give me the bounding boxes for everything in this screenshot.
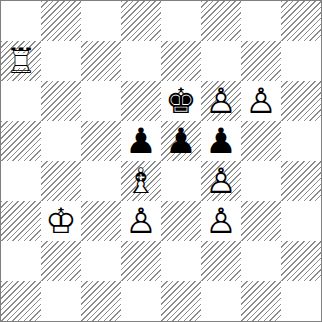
square-g1[interactable] — [241, 281, 281, 321]
square-d7[interactable] — [121, 41, 161, 81]
square-a4[interactable] — [1, 161, 41, 201]
square-h2[interactable] — [281, 241, 321, 281]
square-c2[interactable] — [81, 241, 121, 281]
square-g3[interactable] — [241, 201, 281, 241]
square-e6[interactable]: ♚ — [161, 81, 201, 121]
square-h7[interactable] — [281, 41, 321, 81]
square-d8[interactable] — [121, 1, 161, 41]
square-b6[interactable] — [41, 81, 81, 121]
square-e5[interactable]: ♟ — [161, 121, 201, 161]
black-king-icon[interactable]: ♚ — [161, 81, 201, 121]
square-d4[interactable]: ♝♗ — [121, 161, 161, 201]
square-f6[interactable]: ♟♙ — [201, 81, 241, 121]
square-h4[interactable] — [281, 161, 321, 201]
square-c8[interactable] — [81, 1, 121, 41]
square-g6[interactable]: ♟♙ — [241, 81, 281, 121]
square-e2[interactable] — [161, 241, 201, 281]
square-b5[interactable] — [41, 121, 81, 161]
white-rook-icon[interactable]: ♖ — [1, 41, 41, 81]
square-d6[interactable] — [121, 81, 161, 121]
square-g7[interactable] — [241, 41, 281, 81]
square-f8[interactable] — [201, 1, 241, 41]
white-pawn-icon[interactable]: ♙ — [241, 81, 281, 121]
square-a8[interactable] — [1, 1, 41, 41]
square-d1[interactable] — [121, 281, 161, 321]
square-f4[interactable]: ♟♙ — [201, 161, 241, 201]
square-a7[interactable]: ♜♖ — [1, 41, 41, 81]
square-h1[interactable] — [281, 281, 321, 321]
white-king-icon[interactable]: ♔ — [41, 201, 81, 241]
square-c1[interactable] — [81, 281, 121, 321]
black-pawn-icon[interactable]: ♟ — [161, 121, 201, 161]
square-h3[interactable] — [281, 201, 321, 241]
square-f5[interactable]: ♟ — [201, 121, 241, 161]
square-c4[interactable] — [81, 161, 121, 201]
square-f7[interactable] — [201, 41, 241, 81]
square-b3[interactable]: ♚♔ — [41, 201, 81, 241]
white-pawn-icon[interactable]: ♙ — [201, 201, 241, 241]
white-pawn-icon[interactable]: ♙ — [121, 201, 161, 241]
black-pawn-icon[interactable]: ♟ — [201, 121, 241, 161]
chess-board: ♜♖♚♟♙♟♙♟♟♟♝♗♟♙♚♔♟♙♟♙ — [1, 1, 321, 321]
square-h6[interactable] — [281, 81, 321, 121]
square-e1[interactable] — [161, 281, 201, 321]
white-pawn-icon[interactable]: ♙ — [201, 81, 241, 121]
square-b8[interactable] — [41, 1, 81, 41]
square-a3[interactable] — [1, 201, 41, 241]
square-a6[interactable] — [1, 81, 41, 121]
board-frame: ♜♖♚♟♙♟♙♟♟♟♝♗♟♙♚♔♟♙♟♙ — [0, 0, 322, 322]
square-g4[interactable] — [241, 161, 281, 201]
square-e4[interactable] — [161, 161, 201, 201]
square-f3[interactable]: ♟♙ — [201, 201, 241, 241]
square-d2[interactable] — [121, 241, 161, 281]
square-e8[interactable] — [161, 1, 201, 41]
square-b2[interactable] — [41, 241, 81, 281]
square-c7[interactable] — [81, 41, 121, 81]
white-pawn-icon[interactable]: ♙ — [201, 161, 241, 201]
square-a2[interactable] — [1, 241, 41, 281]
square-e7[interactable] — [161, 41, 201, 81]
square-c3[interactable] — [81, 201, 121, 241]
square-e3[interactable] — [161, 201, 201, 241]
square-d3[interactable]: ♟♙ — [121, 201, 161, 241]
square-g2[interactable] — [241, 241, 281, 281]
square-d5[interactable]: ♟ — [121, 121, 161, 161]
white-bishop-icon[interactable]: ♗ — [121, 161, 161, 201]
square-b7[interactable] — [41, 41, 81, 81]
square-f1[interactable] — [201, 281, 241, 321]
square-h5[interactable] — [281, 121, 321, 161]
square-b4[interactable] — [41, 161, 81, 201]
square-a1[interactable] — [1, 281, 41, 321]
square-g5[interactable] — [241, 121, 281, 161]
square-f2[interactable] — [201, 241, 241, 281]
black-pawn-icon[interactable]: ♟ — [121, 121, 161, 161]
square-c6[interactable] — [81, 81, 121, 121]
square-g8[interactable] — [241, 1, 281, 41]
square-h8[interactable] — [281, 1, 321, 41]
square-b1[interactable] — [41, 281, 81, 321]
square-c5[interactable] — [81, 121, 121, 161]
square-a5[interactable] — [1, 121, 41, 161]
